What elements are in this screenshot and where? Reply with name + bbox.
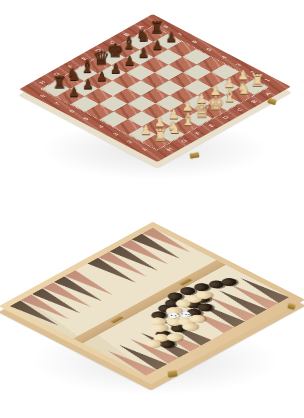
piece-white-bishop[interactable]: ♝ xyxy=(222,88,237,105)
piece-black-pawn[interactable]: ♟ xyxy=(138,46,150,59)
checker-light[interactable] xyxy=(164,316,185,327)
coord-label: 4 xyxy=(220,55,228,59)
coord-label: 5 xyxy=(205,47,213,51)
checker-light[interactable] xyxy=(150,332,171,343)
die-pip xyxy=(175,315,178,316)
piece-white-rook[interactable]: ♜ xyxy=(153,128,167,144)
piece-white-rook[interactable]: ♜ xyxy=(250,73,264,89)
piece-white-knight[interactable]: ♞ xyxy=(167,120,181,136)
bar-gap xyxy=(211,333,223,339)
checker-light[interactable] xyxy=(149,322,170,333)
backgammon-scene xyxy=(0,186,304,418)
piece-black-pawn[interactable]: ♟ xyxy=(82,78,94,91)
checker-black[interactable] xyxy=(156,338,177,349)
coord-label: B xyxy=(250,99,258,103)
piece-black-knight[interactable]: ♞ xyxy=(66,67,80,83)
coord-label: 6 xyxy=(191,40,199,44)
coord-label: 2 xyxy=(126,140,134,144)
checker-light[interactable] xyxy=(175,316,196,327)
point-8[interactable] xyxy=(147,324,201,352)
checker-light[interactable] xyxy=(143,338,164,349)
coord-label: E xyxy=(208,123,216,127)
coord-label: 1 xyxy=(141,147,149,151)
checker-black[interactable] xyxy=(195,302,216,313)
square-a7[interactable]: ♟ xyxy=(56,89,84,104)
die-pip xyxy=(181,313,184,314)
coord-label: 3 xyxy=(234,63,242,67)
coord-label: C xyxy=(236,107,245,112)
checker-black[interactable] xyxy=(148,310,169,321)
point-6[interactable] xyxy=(180,305,234,333)
checker-light[interactable] xyxy=(163,305,184,316)
checker-black[interactable] xyxy=(168,323,189,334)
piece-black-pawn[interactable]: ♟ xyxy=(165,31,177,44)
coord-label: H xyxy=(38,80,47,85)
coord-label: D xyxy=(221,115,230,120)
piece-black-queen[interactable]: ♛ xyxy=(93,48,110,67)
point-9[interactable] xyxy=(136,330,190,358)
coord-label: 3 xyxy=(111,132,119,136)
coord-label: 5 xyxy=(82,117,90,121)
backgammon-points-lid xyxy=(10,228,196,329)
point-5[interactable] xyxy=(191,299,245,327)
square-b6[interactable] xyxy=(85,89,113,104)
coord-label: 6 xyxy=(68,109,76,113)
coord-label: 4 xyxy=(97,124,105,128)
checker-light[interactable] xyxy=(164,332,185,343)
piece-white-pawn[interactable]: ♟ xyxy=(140,123,152,136)
coord-label: H xyxy=(165,147,174,152)
piece-black-pawn[interactable]: ♟ xyxy=(110,62,122,75)
piece-black-rook[interactable]: ♜ xyxy=(150,20,164,36)
piece-black-pawn[interactable]: ♟ xyxy=(96,70,108,83)
bar-gap xyxy=(76,264,88,270)
square-a6[interactable] xyxy=(71,96,99,111)
piece-black-bishop[interactable]: ♝ xyxy=(80,58,95,75)
die-pip xyxy=(188,314,191,315)
coord-label: 7 xyxy=(53,101,61,105)
point-13[interactable] xyxy=(10,300,64,328)
coord-label: F xyxy=(194,131,202,135)
piece-black-pawn[interactable]: ♟ xyxy=(152,38,164,51)
piece-black-rook[interactable]: ♜ xyxy=(52,75,66,91)
piece-white-bishop[interactable]: ♝ xyxy=(180,111,195,128)
point-7[interactable] xyxy=(158,318,212,346)
piece-white-knight[interactable]: ♞ xyxy=(237,81,251,97)
point-10[interactable] xyxy=(125,336,179,364)
piece-black-pawn[interactable]: ♟ xyxy=(68,85,80,98)
coord-label: G xyxy=(179,139,188,144)
checker-black[interactable] xyxy=(183,307,204,318)
die-pip xyxy=(170,315,173,316)
coord-label: A xyxy=(264,91,272,95)
checker-light[interactable] xyxy=(179,321,200,332)
die[interactable] xyxy=(180,311,192,318)
piece-black-bishop[interactable]: ♝ xyxy=(121,35,136,52)
checker-black[interactable] xyxy=(155,303,176,314)
checker-black[interactable] xyxy=(152,329,173,340)
piece-white-queen[interactable]: ♛ xyxy=(193,101,210,120)
checker-light[interactable] xyxy=(147,315,168,326)
piece-black-knight[interactable]: ♞ xyxy=(136,28,150,44)
coord-label: 8 xyxy=(39,94,47,98)
checker-light[interactable] xyxy=(187,313,208,324)
die[interactable] xyxy=(167,312,179,319)
backgammon-hinge-icon xyxy=(110,316,123,323)
die-pip xyxy=(184,314,187,315)
piece-black-pawn[interactable]: ♟ xyxy=(124,54,136,67)
point-11[interactable] xyxy=(114,342,168,370)
chess-scene: HGFEDCBA HGFEDCBA 87654321 87654321 ♜♞♝♛… xyxy=(0,0,304,186)
